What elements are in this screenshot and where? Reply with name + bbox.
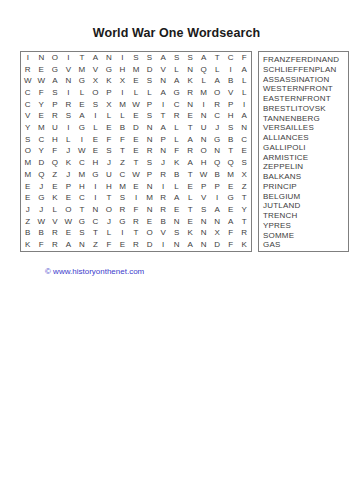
word-list-item: GAS [263,240,348,250]
grid-cell: I [116,52,130,64]
grid-cell: E [129,181,143,193]
grid-cell: A [210,75,224,87]
grid-cell: A [156,122,170,134]
grid-cell: P [210,181,224,193]
grid-cell: G [75,122,89,134]
grid-cell: Y [35,146,49,158]
grid-cell: T [129,157,143,169]
grid-cell: G [210,134,224,146]
grid-cell: R [116,204,130,216]
grid-cell: V [156,64,170,76]
grid-cell: Z [116,157,130,169]
word-list-item: ZEPPELIN [263,162,348,172]
grid-cell: N [170,239,184,251]
grid-cell: E [170,204,184,216]
grid-cell: Q [210,157,224,169]
grid-cell: L [170,134,184,146]
grid-cell: A [170,192,184,204]
grid-cell: D [129,122,143,134]
grid-cell: C [237,134,251,146]
grid-cell: B [35,228,49,240]
grid-cell: T [102,192,116,204]
grid-cell: F [35,87,49,99]
grid-cell: T [210,52,224,64]
grid-cell: A [183,157,197,169]
grid-cell: M [143,192,157,204]
word-list-item: FRANZFERDINAND [263,55,348,65]
grid-cell: W [62,216,76,228]
word-list-item: ALLIANCES [263,133,348,143]
grid-cell: R [143,146,157,158]
grid-cell: M [116,99,130,111]
grid-cell: N [197,239,211,251]
grid-cell: A [197,52,211,64]
grid-cell: N [102,52,116,64]
word-list-item: VERSAILLES [263,123,348,133]
grid-cell: C [89,216,103,228]
grid-cell: N [210,216,224,228]
grid-cell: J [35,204,49,216]
grid-cell: K [62,157,76,169]
grid-cell: T [75,52,89,64]
grid-cell: E [237,146,251,158]
grid-cell: S [48,87,62,99]
grid-cell: H [116,64,130,76]
grid-cell: E [183,181,197,193]
grid-cell: U [197,122,211,134]
grid-cell: X [116,75,130,87]
grid-cell: C [75,157,89,169]
word-list-item: WESTERNFRONT [263,84,348,94]
grid-cell: J [102,216,116,228]
grid-cell: E [224,181,238,193]
grid-cell: I [62,87,76,99]
grid-cell: L [102,228,116,240]
grid-cell: N [197,111,211,123]
grid-cell: L [143,87,157,99]
grid-cell: F [116,134,130,146]
grid-cell: O [89,87,103,99]
grid-cell: T [156,111,170,123]
grid-cell: S [197,204,211,216]
page: { "game": "wordsearch", "title": "World … [0,0,353,500]
grid-cell: T [129,228,143,240]
grid-cell: N [156,75,170,87]
grid-cell: A [62,239,76,251]
grid-cell: W [35,216,49,228]
grid-cell: Z [21,216,35,228]
grid-cell: E [224,204,238,216]
copyright-link[interactable]: © www.historyonthenet.com [45,267,144,276]
grid-cell: X [102,99,116,111]
grid-cell: D [210,239,224,251]
grid-cell: N [143,134,157,146]
grid-cell: R [170,111,184,123]
grid-cell: N [237,122,251,134]
grid-cell: X [237,169,251,181]
grid-cell: A [237,64,251,76]
grid-cell: E [89,146,103,158]
grid-cell: G [170,87,184,99]
grid-cell: R [156,192,170,204]
grid-cell: W [35,75,49,87]
grid-cell: R [21,64,35,76]
grid-cell: H [75,181,89,193]
grid-cell: R [129,239,143,251]
grid-cell: V [21,111,35,123]
grid-cell: K [170,157,184,169]
grid-cell: N [75,239,89,251]
grid-cell: N [156,146,170,158]
grid-cell: M [75,169,89,181]
grid-cell: T [183,169,197,181]
grid-cell: Z [48,169,62,181]
grid-cell: H [197,157,211,169]
grid-cell: L [89,122,103,134]
grid-cell: M [21,157,35,169]
grid-cell: W [75,146,89,158]
grid-cell: J [62,146,76,158]
grid-cell: M [224,169,238,181]
grid-cell: G [102,64,116,76]
grid-cell: H [102,181,116,193]
grid-cell: G [89,169,103,181]
grid-cell: E [21,181,35,193]
grid-cell: L [116,111,130,123]
grid-cell: V [156,228,170,240]
word-list-item: TRENCH [263,211,348,221]
grid-cell: Z [237,181,251,193]
grid-cell: I [89,181,103,193]
grid-cell: O [210,87,224,99]
grid-cell: I [62,52,76,64]
grid-cell: I [116,87,130,99]
grid-cell: S [170,228,184,240]
grid-cell: E [129,134,143,146]
grid-cell: S [143,111,157,123]
grid-cell: O [197,146,211,158]
grid-cell: C [35,134,49,146]
grid-cell: U [102,169,116,181]
grid-cell: I [89,111,103,123]
grid-cell: E [35,64,49,76]
grid-cell: C [170,99,184,111]
grid-cell: T [116,146,130,158]
grid-cell: R [48,239,62,251]
grid-cell: A [156,87,170,99]
grid-cell: S [237,157,251,169]
grid-cell: D [143,64,157,76]
grid-cell: V [197,192,211,204]
grid-cell: A [170,75,184,87]
grid-cell: E [89,134,103,146]
grid-cell: R [156,169,170,181]
grid-cell: I [156,181,170,193]
grid-cell: E [35,111,49,123]
grid-cell: C [21,99,35,111]
grid-cell: M [75,64,89,76]
grid-cell: T [183,122,197,134]
grid-cell: B [21,228,35,240]
grid-cell: E [62,192,76,204]
grid-cell: O [21,146,35,158]
word-list-item: EASTERNFRONT [263,94,348,104]
grid-cell: I [197,99,211,111]
grid-cell: N [183,64,197,76]
word-list-box: FRANZFERDINANDSCHLIEFFENPLANASSASSINATIO… [258,51,349,252]
grid-cell: Y [35,99,49,111]
grid-cell: S [224,122,238,134]
grid-cell: B [224,75,238,87]
grid-cell: L [170,122,184,134]
grid-cell: N [183,99,197,111]
grid-cell: C [224,52,238,64]
grid-cell: K [21,239,35,251]
grid-cell: I [156,99,170,111]
grid-cell: E [48,181,62,193]
word-list-item: SCHLIEFFENPLAN [263,65,348,75]
grid-cell: S [143,52,157,64]
grid-cell: E [129,111,143,123]
grid-cell: F [237,52,251,64]
grid-cell: V [48,216,62,228]
grid-cell: S [21,134,35,146]
grid-cell: S [102,146,116,158]
grid-cell: H [224,111,238,123]
grid-cell: S [116,192,130,204]
grid-cell: N [197,228,211,240]
grid-cell: A [183,134,197,146]
grid-cell: T [183,204,197,216]
grid-cell: S [62,111,76,123]
grid-cell: D [35,157,49,169]
grid-cell: I [21,52,35,64]
grid-cell: I [62,122,76,134]
grid-cell: N [89,204,103,216]
grid-cell: N [62,75,76,87]
grid-cell: I [75,134,89,146]
grid-cell: J [35,181,49,193]
grid-cell: Y [21,122,35,134]
grid-cell: S [143,157,157,169]
grid-cell: A [48,75,62,87]
grid-cell: F [48,146,62,158]
grid-cell: W [129,169,143,181]
grid-cell: R [237,228,251,240]
grid-cell: F [224,228,238,240]
grid-cell: A [210,204,224,216]
grid-cell: V [224,87,238,99]
grid-cell: I [89,192,103,204]
grid-cell: O [102,204,116,216]
grid-cell: P [224,99,238,111]
grid-cell: H [48,134,62,146]
grid-cell: N [210,146,224,158]
grid-cell: B [210,169,224,181]
grid-cell: L [183,192,197,204]
grid-cell: G [75,75,89,87]
grid-cell: V [62,64,76,76]
grid-cell: A [224,216,238,228]
grid-cell: M [21,169,35,181]
grid-cell: F [102,239,116,251]
grid-cell: J [21,204,35,216]
grid-cell: A [237,111,251,123]
grid-cell: N [143,122,157,134]
word-list-item: YPRES [263,221,348,231]
grid-cell: S [129,52,143,64]
grid-cell: E [116,239,130,251]
grid-cell: W [129,99,143,111]
grid-cell: I [156,239,170,251]
grid-cell: I [129,192,143,204]
grid-cell: B [224,134,238,146]
grid-cell: T [237,192,251,204]
grid-cell: M [197,87,211,99]
grid-cell: N [35,52,49,64]
grid-cell: Q [48,157,62,169]
grid-cell: R [183,87,197,99]
grid-cell: I [237,99,251,111]
grid-cell: X [210,228,224,240]
grid-cell: J [156,157,170,169]
grid-cell: S [170,52,184,64]
grid-cell: L [102,111,116,123]
grid-cell: B [116,122,130,134]
grid-cell: M [35,122,49,134]
grid-cell: L [210,64,224,76]
grid-cell: T [75,204,89,216]
grid-cell: G [224,192,238,204]
grid-cell: K [183,75,197,87]
grid-cell: E [143,216,157,228]
word-list-item: JUTLAND [263,201,348,211]
grid-cell: E [62,228,76,240]
grid-cell: B [170,169,184,181]
grid-cell: E [129,146,143,158]
grid-cell: W [197,169,211,181]
grid-cell: K [48,192,62,204]
grid-cell: R [183,146,197,158]
grid-cell: S [75,228,89,240]
grid-cell: M [116,181,130,193]
grid-cell: L [197,75,211,87]
grid-cell: C [210,111,224,123]
word-list-item: BELGIUM [263,192,348,202]
grid-cell: E [75,99,89,111]
wordsearch-grid: INOITANISSASSATCFREGVMVGHMDVLNQLIAWWANGX… [20,51,252,252]
grid-cell: J [210,122,224,134]
grid-cell: E [183,216,197,228]
grid-cell: E [21,192,35,204]
grid-cell: S [143,75,157,87]
grid-cell: T [237,216,251,228]
grid-cell: L [170,64,184,76]
grid-cell: U [48,122,62,134]
grid-cell: R [210,99,224,111]
grid-cell: G [116,216,130,228]
grid-cell: D [143,239,157,251]
page-title: World War One Wordsearch [0,26,353,40]
grid-cell: P [62,181,76,193]
grid-cell: I [210,192,224,204]
grid-cell: I [116,228,130,240]
grid-cell: N [197,216,211,228]
grid-cell: L [48,204,62,216]
grid-cell: O [48,52,62,64]
word-list-item: ASSASSINATION [263,75,348,85]
grid-cell: B [156,216,170,228]
grid-cell: K [183,228,197,240]
word-list-item: BRESTLITOVSK [263,104,348,114]
grid-cell: A [75,111,89,123]
grid-cell: L [75,87,89,99]
word-list-item: BALKANS [263,172,348,182]
grid-cell: P [143,169,157,181]
grid-cell: R [156,204,170,216]
grid-cell: N [143,204,157,216]
grid-cell: L [237,75,251,87]
grid-cell: L [170,181,184,193]
grid-cell: F [224,239,238,251]
grid-cell: R [129,216,143,228]
grid-cell: I [224,64,238,76]
grid-cell: N [197,134,211,146]
grid-cell: F [170,146,184,158]
grid-cell: A [183,239,197,251]
grid-cell: P [48,99,62,111]
grid-cell: H [89,157,103,169]
word-list-item: PRINCIP [263,182,348,192]
grid-cell: N [143,181,157,193]
grid-cell: O [143,228,157,240]
grid-cell: J [62,169,76,181]
grid-cell: L [237,87,251,99]
grid-cell: N [170,216,184,228]
word-list-item: GALLIPOLI [263,143,348,153]
grid-cell: T [89,228,103,240]
grid-cell: P [143,99,157,111]
grid-cell: G [48,64,62,76]
grid-cell: A [89,52,103,64]
grid-cell: G [35,192,49,204]
grid-cell: O [62,204,76,216]
grid-cell: F [129,204,143,216]
word-list-item: ARMISTICE [263,153,348,163]
grid-cell: P [197,181,211,193]
grid-cell: P [156,134,170,146]
grid-cell: K [237,239,251,251]
grid-cell: L [129,87,143,99]
grid-cell: Q [35,169,49,181]
grid-cell: V [89,64,103,76]
grid-cell: E [129,75,143,87]
grid-cell: M [129,64,143,76]
grid-cell: G [75,216,89,228]
grid-cell: R [48,228,62,240]
grid-cell: C [21,87,35,99]
grid-cell: P [102,87,116,99]
grid-cell: A [156,52,170,64]
grid-cell: C [75,192,89,204]
grid-cell: Z [89,239,103,251]
grid-cell: K [102,75,116,87]
word-list: FRANZFERDINANDSCHLIEFFENPLANASSASSINATIO… [263,55,348,250]
grid-cell: R [48,111,62,123]
grid-cell: Q [224,157,238,169]
word-list-item: SOMME [263,231,348,241]
grid-cell: T [224,146,238,158]
